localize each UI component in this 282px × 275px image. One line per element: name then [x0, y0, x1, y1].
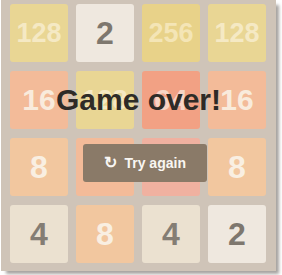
- game-board: 12822561281612864168163284842 Game over!…: [1, 0, 276, 271]
- tile-grid: 12822561281612864168163284842: [1, 0, 266, 263]
- retry-icon: ↻: [104, 153, 117, 172]
- tile-2: 2: [76, 4, 134, 62]
- game-over-message: Game over!: [1, 83, 276, 117]
- tile-8: 8: [10, 138, 68, 196]
- tile-128: 128: [208, 4, 266, 62]
- tile-8: 8: [208, 138, 266, 196]
- tile-128: 128: [10, 4, 68, 62]
- tile-4: 4: [142, 205, 200, 263]
- try-again-button[interactable]: ↻ Try again: [83, 144, 207, 182]
- try-again-label: Try again: [124, 155, 185, 171]
- tile-4: 4: [10, 205, 68, 263]
- tile-256: 256: [142, 4, 200, 62]
- tile-2: 2: [208, 205, 266, 263]
- tile-8: 8: [76, 205, 134, 263]
